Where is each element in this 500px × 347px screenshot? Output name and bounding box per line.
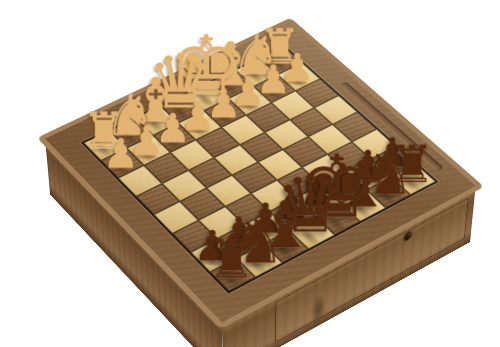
drawer-finger-groove <box>310 290 324 329</box>
chess-set-photo: ♜♟♟♜♞♟♟♞♝♟♟♝♚♟♟♚♛♟♟♛♝♟♟♝♞♟♟♞♜♟♟♜ <box>0 0 500 347</box>
chess-board-box: ♜♟♟♜♞♟♟♞♝♟♟♝♚♟♟♚♛♟♟♛♝♟♟♝♞♟♟♞♜♟♟♜ <box>37 18 484 329</box>
